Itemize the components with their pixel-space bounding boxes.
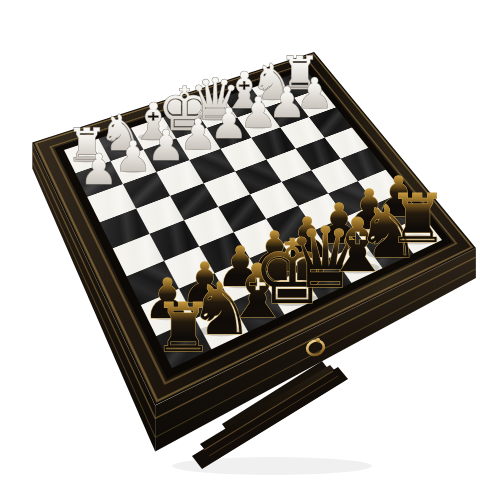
- piece-white-pawn-a2: ♟: [296, 69, 334, 118]
- piece-black-rook-a8: ♜: [388, 180, 448, 258]
- chess-set-photo: ♜♞♝♚♛♝♞♜♟♟♟♟♟♟♟♟♟♟♟♟♟♟♟♟♜♞♝♚♛♝♞♜: [0, 0, 480, 480]
- piece-white-pawn-h2: ♟: [80, 145, 118, 194]
- piece-white-pawn-g2: ♟: [114, 132, 152, 181]
- pieces-layer: ♜♞♝♚♛♝♞♜♟♟♟♟♟♟♟♟♟♟♟♟♟♟♟♟♜♞♝♚♛♝♞♜: [0, 0, 480, 480]
